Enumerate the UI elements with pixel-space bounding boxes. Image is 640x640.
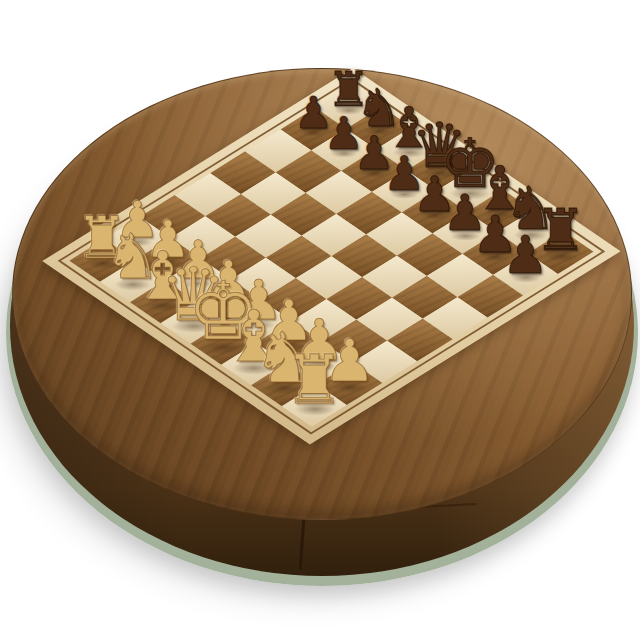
piece-white-rook-h1[interactable]: ♜ (281, 346, 349, 414)
piece-black-pawn-h7[interactable]: ♟ (499, 229, 551, 281)
photo-stage: ♜♞♟♝♟♛♟♚♟♝♟♞♟♟♜♟♟♜♟♟♞♟♝♟♛♟♚♟♝♟♞♜ (0, 0, 640, 640)
pieces-layer: ♜♞♟♝♟♛♟♚♟♝♟♞♟♟♜♟♟♜♟♟♞♟♝♟♛♟♚♟♝♟♞♜ (0, 0, 640, 640)
